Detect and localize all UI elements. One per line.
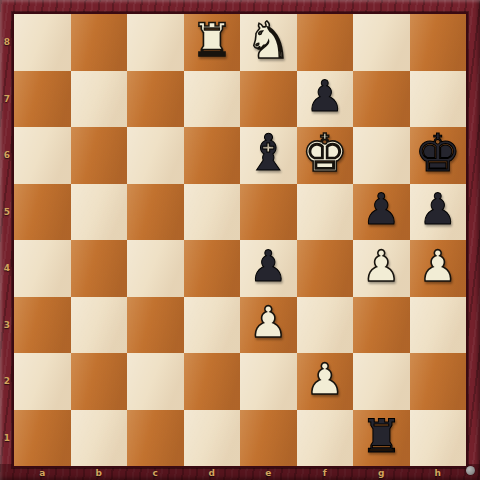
square-a5[interactable] [14,184,71,241]
square-g4[interactable]: ♟ [353,240,410,297]
square-f7[interactable]: ♟ [297,71,354,128]
square-c8[interactable] [127,14,184,71]
file-label-e: e [240,466,297,480]
file-label-c: c [127,466,184,480]
square-e6[interactable]: ♝ [240,127,297,184]
rank-label-1: 1 [0,410,14,467]
file-label-d: d [184,466,241,480]
file-label-b: b [71,466,128,480]
square-c6[interactable] [127,127,184,184]
square-b3[interactable] [71,297,128,354]
square-f5[interactable] [297,184,354,241]
square-f2[interactable]: ♟ [297,353,354,410]
square-a2[interactable] [14,353,71,410]
square-f4[interactable] [297,240,354,297]
square-d7[interactable] [184,71,241,128]
square-a1[interactable] [14,410,71,467]
square-e2[interactable] [240,353,297,410]
square-d5[interactable] [184,184,241,241]
rank-label-8: 8 [0,14,14,71]
rank-label-7: 7 [0,71,14,128]
file-label-g: g [353,466,410,480]
piece-white-king-f6[interactable]: ♚ [301,127,348,179]
piece-black-rook-g1[interactable]: ♜ [361,413,402,459]
square-g8[interactable] [353,14,410,71]
square-b5[interactable] [71,184,128,241]
square-g6[interactable] [353,127,410,184]
piece-white-knight-e8[interactable]: ♞ [245,15,291,66]
square-h3[interactable] [410,297,467,354]
square-h2[interactable] [410,353,467,410]
square-e4[interactable]: ♟ [240,240,297,297]
square-f8[interactable] [297,14,354,71]
rank-label-2: 2 [0,353,14,410]
square-d8[interactable]: ♜ [184,14,241,71]
square-a3[interactable] [14,297,71,354]
square-b1[interactable] [71,410,128,467]
square-d2[interactable] [184,353,241,410]
square-b6[interactable] [71,127,128,184]
rank-label-5: 5 [0,184,14,241]
square-f3[interactable] [297,297,354,354]
square-e7[interactable] [240,71,297,128]
square-g3[interactable] [353,297,410,354]
square-g2[interactable] [353,353,410,410]
square-c7[interactable] [127,71,184,128]
square-c3[interactable] [127,297,184,354]
file-label-h: h [410,466,467,480]
chess-board: ♜♞♟♝♚♚♟♟♟♟♟♟♟♜ [14,14,466,466]
piece-black-pawn-h5[interactable]: ♟ [418,188,457,231]
square-h4[interactable]: ♟ [410,240,467,297]
file-label-f: f [297,466,354,480]
square-g1[interactable]: ♜ [353,410,410,467]
file-label-a: a [14,466,71,480]
square-e1[interactable] [240,410,297,467]
square-c5[interactable] [127,184,184,241]
square-c2[interactable] [127,353,184,410]
rank-label-6: 6 [0,127,14,184]
square-g7[interactable] [353,71,410,128]
square-e5[interactable] [240,184,297,241]
square-b8[interactable] [71,14,128,71]
square-h1[interactable] [410,410,467,467]
square-d4[interactable] [184,240,241,297]
square-c1[interactable] [127,410,184,467]
square-g5[interactable]: ♟ [353,184,410,241]
rank-label-4: 4 [0,240,14,297]
square-e3[interactable]: ♟ [240,297,297,354]
square-b7[interactable] [71,71,128,128]
piece-white-pawn-f2[interactable]: ♟ [305,358,344,401]
piece-black-pawn-g5[interactable]: ♟ [362,188,401,231]
square-c4[interactable] [127,240,184,297]
square-a7[interactable] [14,71,71,128]
piece-white-pawn-h4[interactable]: ♟ [418,245,457,288]
chess-app-window: ♜♞♟♝♚♚♟♟♟♟♟♟♟♜ 87654321abcdefgh [0,0,480,480]
piece-black-king-h6[interactable]: ♚ [414,127,461,179]
square-b4[interactable] [71,240,128,297]
square-f1[interactable] [297,410,354,467]
rank-label-3: 3 [0,297,14,354]
square-e8[interactable]: ♞ [240,14,297,71]
square-h7[interactable] [410,71,467,128]
square-h5[interactable]: ♟ [410,184,467,241]
piece-white-pawn-g4[interactable]: ♟ [362,245,401,288]
square-d3[interactable] [184,297,241,354]
square-h8[interactable] [410,14,467,71]
piece-black-pawn-f7[interactable]: ♟ [305,75,344,118]
piece-black-pawn-e4[interactable]: ♟ [249,245,288,288]
square-a8[interactable] [14,14,71,71]
square-a4[interactable] [14,240,71,297]
piece-black-bishop-e6[interactable]: ♝ [246,128,291,178]
square-h6[interactable]: ♚ [410,127,467,184]
square-d6[interactable] [184,127,241,184]
piece-white-pawn-e3[interactable]: ♟ [249,301,288,344]
square-b2[interactable] [71,353,128,410]
square-d1[interactable] [184,410,241,467]
piece-white-rook-d8[interactable]: ♜ [191,17,232,63]
square-a6[interactable] [14,127,71,184]
resize-handle-dot-icon [466,466,475,475]
square-f6[interactable]: ♚ [297,127,354,184]
